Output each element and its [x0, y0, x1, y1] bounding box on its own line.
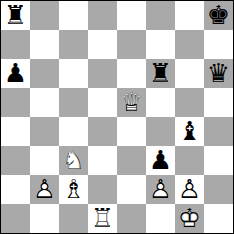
- square-f6[interactable]: ♜: [146, 59, 175, 88]
- square-f1[interactable]: [146, 204, 175, 233]
- square-f4[interactable]: [146, 117, 175, 146]
- square-h3[interactable]: [204, 146, 233, 175]
- square-h5[interactable]: [204, 88, 233, 117]
- black-pawn[interactable]: ♟: [146, 146, 175, 175]
- black-queen[interactable]: ♛: [204, 59, 233, 88]
- white-pawn-glyph: ♙: [146, 175, 175, 204]
- square-h1[interactable]: [204, 204, 233, 233]
- square-g1[interactable]: ♚♔: [175, 204, 204, 233]
- black-pawn[interactable]: ♟: [1, 59, 30, 88]
- square-e6[interactable]: [117, 59, 146, 88]
- white-pawn[interactable]: ♟♙: [30, 175, 59, 204]
- square-a3[interactable]: [1, 146, 30, 175]
- square-e4[interactable]: [117, 117, 146, 146]
- square-g5[interactable]: [175, 88, 204, 117]
- square-c8[interactable]: [59, 1, 88, 30]
- white-bishop[interactable]: ♝♗: [59, 175, 88, 204]
- square-b6[interactable]: [30, 59, 59, 88]
- square-c1[interactable]: [59, 204, 88, 233]
- square-b8[interactable]: [30, 1, 59, 30]
- square-a1[interactable]: [1, 204, 30, 233]
- white-rook-glyph: ♖: [88, 204, 117, 233]
- square-g6[interactable]: [175, 59, 204, 88]
- white-king[interactable]: ♚♔: [175, 204, 204, 233]
- square-a6[interactable]: ♟: [1, 59, 30, 88]
- square-a2[interactable]: [1, 175, 30, 204]
- black-rook[interactable]: ♜: [1, 1, 30, 30]
- chess-board: ♜♚♟♜♛♛♕♝♞♘♟♟♙♝♗♟♙♟♙♜♖♚♔: [0, 0, 234, 234]
- square-d7[interactable]: [88, 30, 117, 59]
- square-d8[interactable]: [88, 1, 117, 30]
- square-e8[interactable]: [117, 1, 146, 30]
- white-pawn[interactable]: ♟♙: [146, 175, 175, 204]
- square-f7[interactable]: [146, 30, 175, 59]
- white-knight[interactable]: ♞♘: [59, 146, 88, 175]
- square-c7[interactable]: [59, 30, 88, 59]
- square-h6[interactable]: ♛: [204, 59, 233, 88]
- square-a4[interactable]: [1, 117, 30, 146]
- square-g4[interactable]: ♝: [175, 117, 204, 146]
- black-king[interactable]: ♚: [204, 1, 233, 30]
- square-c6[interactable]: [59, 59, 88, 88]
- black-bishop[interactable]: ♝: [175, 117, 204, 146]
- square-e7[interactable]: [117, 30, 146, 59]
- square-b4[interactable]: [30, 117, 59, 146]
- white-pawn[interactable]: ♟♙: [175, 175, 204, 204]
- white-queen-glyph: ♕: [117, 88, 146, 117]
- white-rook[interactable]: ♜♖: [88, 204, 117, 233]
- square-b3[interactable]: [30, 146, 59, 175]
- square-d1[interactable]: ♜♖: [88, 204, 117, 233]
- board-wrap: ♜♚♟♜♛♛♕♝♞♘♟♟♙♝♗♟♙♟♙♜♖♚♔: [0, 0, 234, 234]
- square-b5[interactable]: [30, 88, 59, 117]
- square-d2[interactable]: [88, 175, 117, 204]
- square-h4[interactable]: [204, 117, 233, 146]
- square-h2[interactable]: [204, 175, 233, 204]
- black-rook[interactable]: ♜: [146, 59, 175, 88]
- square-g3[interactable]: [175, 146, 204, 175]
- square-h7[interactable]: [204, 30, 233, 59]
- square-e3[interactable]: [117, 146, 146, 175]
- square-f3[interactable]: ♟: [146, 146, 175, 175]
- square-f5[interactable]: [146, 88, 175, 117]
- white-king-glyph: ♔: [175, 204, 204, 233]
- square-g2[interactable]: ♟♙: [175, 175, 204, 204]
- square-c4[interactable]: [59, 117, 88, 146]
- white-pawn-glyph: ♙: [175, 175, 204, 204]
- square-h8[interactable]: ♚: [204, 1, 233, 30]
- square-d6[interactable]: [88, 59, 117, 88]
- white-pawn-glyph: ♙: [30, 175, 59, 204]
- square-e2[interactable]: [117, 175, 146, 204]
- square-b1[interactable]: [30, 204, 59, 233]
- square-c5[interactable]: [59, 88, 88, 117]
- white-knight-glyph: ♘: [59, 146, 88, 175]
- square-b2[interactable]: ♟♙: [30, 175, 59, 204]
- square-a5[interactable]: [1, 88, 30, 117]
- square-f8[interactable]: [146, 1, 175, 30]
- white-bishop-glyph: ♗: [59, 175, 88, 204]
- square-c2[interactable]: ♝♗: [59, 175, 88, 204]
- square-g8[interactable]: [175, 1, 204, 30]
- square-e5[interactable]: ♛♕: [117, 88, 146, 117]
- square-g7[interactable]: [175, 30, 204, 59]
- square-a8[interactable]: ♜: [1, 1, 30, 30]
- square-d4[interactable]: [88, 117, 117, 146]
- square-c3[interactable]: ♞♘: [59, 146, 88, 175]
- square-b7[interactable]: [30, 30, 59, 59]
- square-d5[interactable]: [88, 88, 117, 117]
- square-a7[interactable]: [1, 30, 30, 59]
- square-e1[interactable]: [117, 204, 146, 233]
- square-f2[interactable]: ♟♙: [146, 175, 175, 204]
- square-d3[interactable]: [88, 146, 117, 175]
- white-queen[interactable]: ♛♕: [117, 88, 146, 117]
